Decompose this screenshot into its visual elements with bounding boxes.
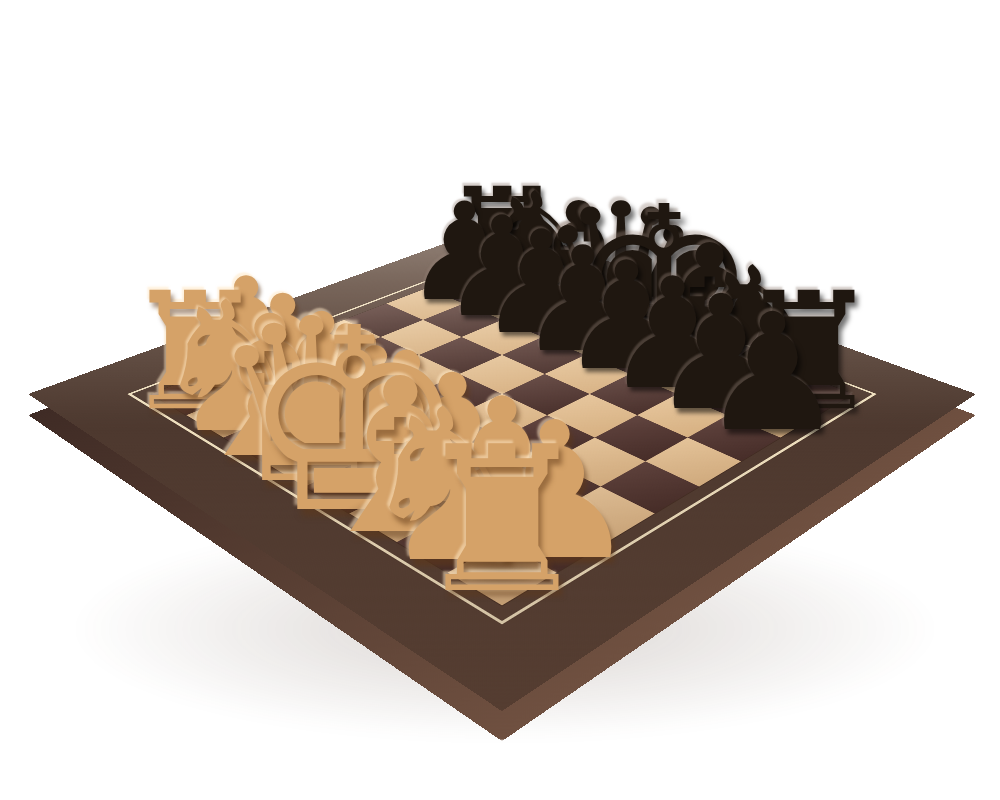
chess-set-photo: ♜♞♝♛♚♝♞♜♟♟♟♟♟♟♟♟♟♟♟♟♟♟♟♟♜♞♝♛♚♝♞♜ — [0, 0, 1000, 800]
piece-white-rook-h1[interactable]: ♜ — [412, 420, 592, 621]
pieces-layer: ♜♞♝♛♚♝♞♜♟♟♟♟♟♟♟♟♟♟♟♟♟♟♟♟♜♞♝♛♚♝♞♜ — [0, 0, 1000, 800]
piece-black-pawn-h7[interactable]: ♟ — [700, 292, 845, 454]
